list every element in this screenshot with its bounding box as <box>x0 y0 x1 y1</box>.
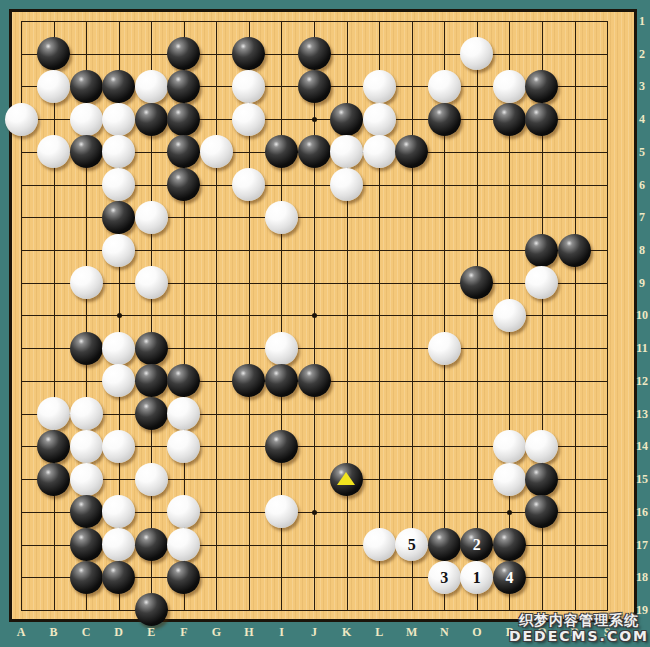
black-stone-C16 <box>70 495 103 528</box>
watermark-line1: 织梦内容管理系统 <box>509 613 649 628</box>
column-label-D: D <box>109 625 129 640</box>
white-stone-O18: 1 <box>460 561 493 594</box>
watermark-line2: DEDECMS.COM <box>509 629 649 644</box>
row-label-15: 15 <box>634 472 650 487</box>
row-label-2: 2 <box>634 47 650 62</box>
row-label-3: 3 <box>634 79 650 94</box>
white-stone-N3 <box>428 70 461 103</box>
column-label-F: F <box>174 625 194 640</box>
white-stone-M17: 5 <box>395 528 428 561</box>
white-stone-B3 <box>37 70 70 103</box>
white-stone-L3 <box>363 70 396 103</box>
star-point <box>507 510 512 515</box>
column-label-E: E <box>141 625 161 640</box>
move-number-1: 1 <box>460 561 493 594</box>
black-stone-E13 <box>135 397 168 430</box>
black-stone-B15 <box>37 463 70 496</box>
black-stone-D3 <box>102 70 135 103</box>
white-stone-D16 <box>102 495 135 528</box>
black-stone-C5 <box>70 135 103 168</box>
white-stone-D14 <box>102 430 135 463</box>
column-label-H: H <box>239 625 259 640</box>
white-stone-Q9 <box>525 266 558 299</box>
black-stone-J2 <box>298 37 331 70</box>
black-stone-P17 <box>493 528 526 561</box>
black-stone-C3 <box>70 70 103 103</box>
move-number-3: 3 <box>428 561 461 594</box>
black-stone-J12 <box>298 364 331 397</box>
column-label-O: O <box>467 625 487 640</box>
row-label-13: 13 <box>634 407 650 422</box>
row-label-17: 17 <box>634 538 650 553</box>
grid-line-horizontal <box>21 414 608 415</box>
triangle-marker-icon <box>337 472 355 485</box>
white-stone-F14 <box>167 430 200 463</box>
white-stone-C13 <box>70 397 103 430</box>
row-label-11: 11 <box>634 341 650 356</box>
black-stone-P4 <box>493 103 526 136</box>
black-stone-P18: 4 <box>493 561 526 594</box>
row-label-10: 10 <box>634 308 650 323</box>
white-stone-E3 <box>135 70 168 103</box>
column-label-C: C <box>76 625 96 640</box>
row-label-16: 16 <box>634 505 650 520</box>
black-stone-J5 <box>298 135 331 168</box>
black-stone-K15 <box>330 463 363 496</box>
black-stone-M5 <box>395 135 428 168</box>
grid-line-vertical <box>607 21 608 611</box>
row-label-1: 1 <box>634 14 650 29</box>
white-stone-N18: 3 <box>428 561 461 594</box>
black-stone-E11 <box>135 332 168 365</box>
black-stone-D7 <box>102 201 135 234</box>
white-stone-D4 <box>102 103 135 136</box>
black-stone-E19 <box>135 593 168 626</box>
white-stone-K5 <box>330 135 363 168</box>
black-stone-Q3 <box>525 70 558 103</box>
black-stone-I12 <box>265 364 298 397</box>
white-stone-H3 <box>232 70 265 103</box>
white-stone-P10 <box>493 299 526 332</box>
go-diagram: 52314 ABCDEFGHIJKLMNOPQRS 12345678910111… <box>0 0 650 647</box>
white-stone-P14 <box>493 430 526 463</box>
black-stone-I14 <box>265 430 298 463</box>
grid-line-vertical <box>412 21 413 611</box>
white-stone-C15 <box>70 463 103 496</box>
black-stone-F3 <box>167 70 200 103</box>
black-stone-Q16 <box>525 495 558 528</box>
white-stone-A4 <box>5 103 38 136</box>
white-stone-P15 <box>493 463 526 496</box>
star-point <box>312 510 317 515</box>
black-stone-F6 <box>167 168 200 201</box>
column-label-G: G <box>206 625 226 640</box>
black-stone-Q8 <box>525 234 558 267</box>
white-stone-F16 <box>167 495 200 528</box>
watermark: 织梦内容管理系统 DEDECMS.COM <box>509 613 649 644</box>
black-stone-J3 <box>298 70 331 103</box>
black-stone-F18 <box>167 561 200 594</box>
white-stone-B13 <box>37 397 70 430</box>
white-stone-B5 <box>37 135 70 168</box>
black-stone-B14 <box>37 430 70 463</box>
white-stone-C9 <box>70 266 103 299</box>
white-stone-H6 <box>232 168 265 201</box>
black-stone-E4 <box>135 103 168 136</box>
black-stone-O9 <box>460 266 493 299</box>
move-number-4: 4 <box>493 561 526 594</box>
row-label-4: 4 <box>634 112 650 127</box>
black-stone-C11 <box>70 332 103 365</box>
white-stone-P3 <box>493 70 526 103</box>
white-stone-E9 <box>135 266 168 299</box>
column-label-I: I <box>271 625 291 640</box>
white-stone-D5 <box>102 135 135 168</box>
white-stone-D12 <box>102 364 135 397</box>
black-stone-Q15 <box>525 463 558 496</box>
black-stone-I5 <box>265 135 298 168</box>
black-stone-C17 <box>70 528 103 561</box>
column-label-N: N <box>434 625 454 640</box>
black-stone-F5 <box>167 135 200 168</box>
white-stone-D8 <box>102 234 135 267</box>
white-stone-I11 <box>265 332 298 365</box>
white-stone-G5 <box>200 135 233 168</box>
black-stone-H12 <box>232 364 265 397</box>
white-stone-Q14 <box>525 430 558 463</box>
column-label-L: L <box>369 625 389 640</box>
white-stone-O2 <box>460 37 493 70</box>
black-stone-B2 <box>37 37 70 70</box>
go-board: 52314 <box>9 9 637 622</box>
star-point <box>312 117 317 122</box>
white-stone-E7 <box>135 201 168 234</box>
column-label-B: B <box>44 625 64 640</box>
white-stone-E15 <box>135 463 168 496</box>
row-label-12: 12 <box>634 374 650 389</box>
black-stone-D18 <box>102 561 135 594</box>
move-number-2: 2 <box>460 528 493 561</box>
black-stone-F4 <box>167 103 200 136</box>
black-stone-O17: 2 <box>460 528 493 561</box>
black-stone-F2 <box>167 37 200 70</box>
white-stone-D11 <box>102 332 135 365</box>
grid-line-horizontal <box>21 610 608 611</box>
star-point <box>117 313 122 318</box>
row-label-7: 7 <box>634 210 650 225</box>
white-stone-L5 <box>363 135 396 168</box>
white-stone-L4 <box>363 103 396 136</box>
white-stone-K6 <box>330 168 363 201</box>
black-stone-C18 <box>70 561 103 594</box>
row-label-14: 14 <box>634 439 650 454</box>
star-point <box>312 313 317 318</box>
row-label-18: 18 <box>634 570 650 585</box>
grid-line-vertical <box>575 21 576 611</box>
row-label-9: 9 <box>634 276 650 291</box>
white-stone-I16 <box>265 495 298 528</box>
black-stone-E17 <box>135 528 168 561</box>
black-stone-F12 <box>167 364 200 397</box>
row-label-6: 6 <box>634 178 650 193</box>
white-stone-D17 <box>102 528 135 561</box>
row-label-5: 5 <box>634 145 650 160</box>
white-stone-H4 <box>232 103 265 136</box>
white-stone-D6 <box>102 168 135 201</box>
column-label-J: J <box>304 625 324 640</box>
black-stone-N17 <box>428 528 461 561</box>
black-stone-H2 <box>232 37 265 70</box>
black-stone-K4 <box>330 103 363 136</box>
white-stone-F13 <box>167 397 200 430</box>
black-stone-R8 <box>558 234 591 267</box>
white-stone-F17 <box>167 528 200 561</box>
black-stone-N4 <box>428 103 461 136</box>
white-stone-L17 <box>363 528 396 561</box>
white-stone-C4 <box>70 103 103 136</box>
column-label-K: K <box>337 625 357 640</box>
column-label-A: A <box>11 625 31 640</box>
white-stone-I7 <box>265 201 298 234</box>
black-stone-Q4 <box>525 103 558 136</box>
move-number-5: 5 <box>395 528 428 561</box>
column-label-M: M <box>402 625 422 640</box>
white-stone-N11 <box>428 332 461 365</box>
grid-line-vertical <box>477 21 478 611</box>
white-stone-C14 <box>70 430 103 463</box>
black-stone-E12 <box>135 364 168 397</box>
row-label-8: 8 <box>634 243 650 258</box>
